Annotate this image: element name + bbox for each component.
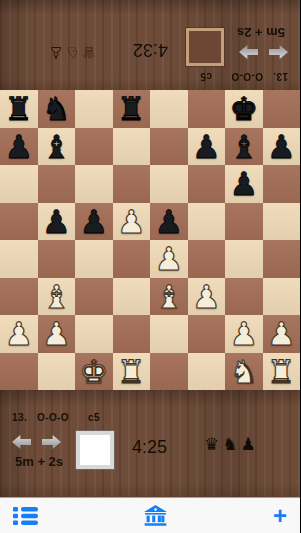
- piece-black-pawn-g6[interactable]: ♟: [225, 165, 263, 203]
- piece-white-pawn-g2[interactable]: ♟: [225, 315, 263, 353]
- square-e3[interactable]: ♝: [150, 278, 188, 316]
- square-d7[interactable]: [113, 128, 151, 166]
- square-h8[interactable]: [263, 90, 301, 128]
- square-d1[interactable]: ♜: [113, 353, 151, 391]
- square-e1[interactable]: [150, 353, 188, 391]
- square-b1[interactable]: [38, 353, 76, 391]
- time-control-label: 5m + 2s: [237, 25, 285, 40]
- square-a8[interactable]: ♜: [0, 90, 38, 128]
- opponent-clock: 4:32: [133, 39, 168, 60]
- square-g7[interactable]: ♝: [225, 128, 263, 166]
- move-number-label: 13.: [12, 412, 27, 423]
- prev-move-arrow-icon[interactable]: [269, 45, 288, 59]
- square-f7[interactable]: ♟: [188, 128, 226, 166]
- square-e4[interactable]: ♟: [150, 240, 188, 278]
- square-e2[interactable]: [150, 315, 188, 353]
- bank-icon: [144, 505, 167, 526]
- square-a7[interactable]: ♟: [0, 128, 38, 166]
- opponent-captured-pieces: ♕♘♙: [47, 43, 96, 62]
- chess-app-screen: 13. O-O-O c5 5m + 2s 4:32 ♕♘♙ ♜♞♜♚♟♝♟♝♟♟…: [0, 0, 300, 533]
- square-h1[interactable]: ♜: [263, 353, 301, 391]
- piece-black-pawn-e5[interactable]: ♟: [150, 203, 188, 241]
- game-library-button[interactable]: [144, 505, 167, 526]
- piece-white-king-c1[interactable]: ♚: [75, 353, 113, 391]
- time-control-label: 5m + 2s: [15, 454, 63, 469]
- square-b8[interactable]: ♞: [38, 90, 76, 128]
- piece-black-bishop-b7[interactable]: ♝: [38, 128, 76, 166]
- square-h5[interactable]: [263, 203, 301, 241]
- square-f2[interactable]: [188, 315, 226, 353]
- opponent-panel-content: 13. O-O-O c5 5m + 2s 4:32 ♕♘♙: [0, 0, 300, 90]
- piece-black-pawn-b5[interactable]: ♟: [38, 203, 76, 241]
- square-d2[interactable]: [113, 315, 151, 353]
- square-h4[interactable]: [263, 240, 301, 278]
- square-c5[interactable]: ♟: [75, 203, 113, 241]
- square-a4[interactable]: [0, 240, 38, 278]
- list-icon: [13, 506, 38, 526]
- piece-black-rook-a8[interactable]: ♜: [0, 90, 38, 128]
- square-d8[interactable]: ♜: [113, 90, 151, 128]
- piece-white-knight-g1[interactable]: ♞: [225, 353, 263, 391]
- new-game-button[interactable]: +: [273, 506, 287, 526]
- plus-icon: +: [273, 506, 287, 526]
- square-g8[interactable]: ♚: [225, 90, 263, 128]
- piece-black-pawn-f7[interactable]: ♟: [188, 128, 226, 166]
- square-a3[interactable]: [0, 278, 38, 316]
- square-g4[interactable]: [225, 240, 263, 278]
- next-move-arrow-icon[interactable]: [239, 45, 258, 59]
- square-b5[interactable]: ♟: [38, 203, 76, 241]
- square-f5[interactable]: [188, 203, 226, 241]
- piece-white-pawn-h2[interactable]: ♟: [263, 315, 301, 353]
- piece-white-bishop-b3[interactable]: ♝: [38, 278, 76, 316]
- piece-white-pawn-a2[interactable]: ♟: [0, 315, 38, 353]
- square-f3[interactable]: ♟: [188, 278, 226, 316]
- square-d4[interactable]: [113, 240, 151, 278]
- square-c4[interactable]: [75, 240, 113, 278]
- square-b7[interactable]: ♝: [38, 128, 76, 166]
- square-d3[interactable]: [113, 278, 151, 316]
- square-h7[interactable]: ♟: [263, 128, 301, 166]
- opponent-panel: 13. O-O-O c5 5m + 2s 4:32 ♕♘♙: [0, 0, 300, 90]
- square-h3[interactable]: [263, 278, 301, 316]
- piece-black-pawn-h7[interactable]: ♟: [263, 128, 301, 166]
- square-e7[interactable]: [150, 128, 188, 166]
- square-b2[interactable]: ♟: [38, 315, 76, 353]
- square-g2[interactable]: ♟: [225, 315, 263, 353]
- player-panel-content: 13. O-O-O c5 5m + 2s 4:25 ♛♞♟: [0, 390, 300, 497]
- square-g3[interactable]: [225, 278, 263, 316]
- square-f1[interactable]: [188, 353, 226, 391]
- piece-black-pawn-a7[interactable]: ♟: [0, 128, 38, 166]
- prev-move-arrow-icon[interactable]: [12, 435, 31, 449]
- piece-white-pawn-e4[interactable]: ♟: [150, 240, 188, 278]
- square-e8[interactable]: [150, 90, 188, 128]
- piece-black-pawn-c5[interactable]: ♟: [75, 203, 113, 241]
- bottom-toolbar: +: [0, 497, 300, 533]
- piece-white-pawn-b2[interactable]: ♟: [38, 315, 76, 353]
- chess-board[interactable]: ♜♞♜♚♟♝♟♝♟♟♟♟♟♟♟♝♝♟♟♟♟♟♚♜♞♜: [0, 90, 300, 390]
- square-f6[interactable]: [188, 165, 226, 203]
- square-h6[interactable]: [263, 165, 301, 203]
- piece-white-pawn-d5[interactable]: ♟: [113, 203, 151, 241]
- piece-black-king-g8[interactable]: ♚: [225, 90, 263, 128]
- square-h2[interactable]: ♟: [263, 315, 301, 353]
- piece-black-bishop-g7[interactable]: ♝: [225, 128, 263, 166]
- square-f4[interactable]: [188, 240, 226, 278]
- square-a6[interactable]: [0, 165, 38, 203]
- piece-black-rook-d8[interactable]: ♜: [113, 90, 151, 128]
- move-number-label: 13.: [273, 71, 288, 82]
- piece-white-bishop-e3[interactable]: ♝: [150, 278, 188, 316]
- black-move-label: c5: [200, 71, 212, 82]
- move-list-button[interactable]: [13, 506, 38, 526]
- square-c3[interactable]: [75, 278, 113, 316]
- square-d6[interactable]: [113, 165, 151, 203]
- white-move-label: O-O-O: [231, 71, 263, 82]
- square-c1[interactable]: ♚: [75, 353, 113, 391]
- white-move-label: O-O-O: [37, 412, 69, 423]
- square-c2[interactable]: [75, 315, 113, 353]
- player-clock: 4:25: [132, 437, 167, 458]
- square-c7[interactable]: [75, 128, 113, 166]
- move-entry-square[interactable]: [76, 431, 114, 469]
- square-b6[interactable]: [38, 165, 76, 203]
- piece-black-knight-b8[interactable]: ♞: [38, 90, 76, 128]
- square-g5[interactable]: [225, 203, 263, 241]
- square-e6[interactable]: [150, 165, 188, 203]
- square-a2[interactable]: ♟: [0, 315, 38, 353]
- square-d5[interactable]: ♟: [113, 203, 151, 241]
- square-c8[interactable]: [75, 90, 113, 128]
- square-e5[interactable]: ♟: [150, 203, 188, 241]
- next-move-arrow-icon[interactable]: [42, 435, 61, 449]
- piece-white-rook-h1[interactable]: ♜: [263, 353, 301, 391]
- piece-white-rook-d1[interactable]: ♜: [113, 353, 151, 391]
- square-c6[interactable]: [75, 165, 113, 203]
- player-panel: 13. O-O-O c5 5m + 2s 4:25 ♛♞♟: [0, 390, 300, 497]
- black-move-label: c5: [88, 412, 100, 423]
- square-g6[interactable]: ♟: [225, 165, 263, 203]
- square-f8[interactable]: [188, 90, 226, 128]
- square-a1[interactable]: [0, 353, 38, 391]
- piece-white-pawn-f3[interactable]: ♟: [188, 278, 226, 316]
- square-b4[interactable]: [38, 240, 76, 278]
- player-captured-pieces: ♛♞♟: [204, 434, 259, 454]
- square-b3[interactable]: ♝: [38, 278, 76, 316]
- square-a5[interactable]: [0, 203, 38, 241]
- square-g1[interactable]: ♞: [225, 353, 263, 391]
- move-entry-square[interactable]: [186, 28, 224, 66]
